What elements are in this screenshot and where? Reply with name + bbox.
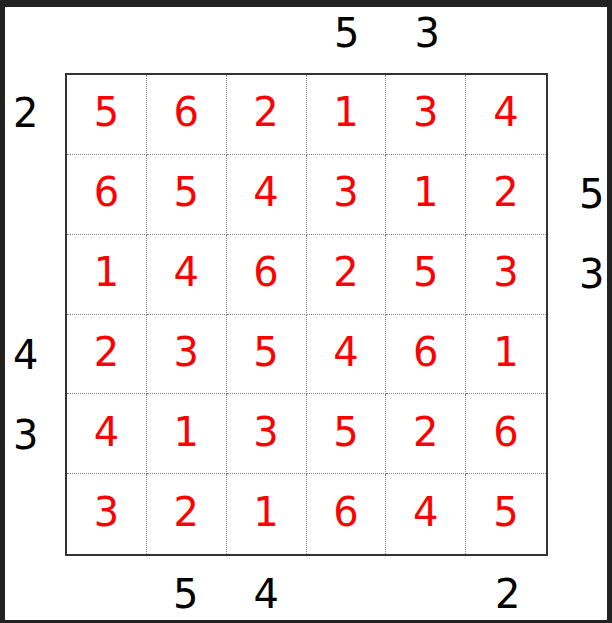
cell-r6c5[interactable]: 4	[386, 474, 466, 554]
skyscrapers-layout: 5621346543121462532354614135263216455354…	[5, 7, 607, 620]
cell-r3c4[interactable]: 2	[307, 235, 387, 315]
cell-r6c3[interactable]: 1	[227, 474, 307, 554]
clue-bottom-3: 4	[226, 556, 307, 620]
clue-top-1	[65, 7, 146, 73]
cell-r2c2[interactable]: 5	[147, 155, 227, 235]
clue-left-6	[5, 476, 65, 557]
cell-r3c1[interactable]: 1	[67, 235, 147, 315]
clue-top-4: 5	[307, 7, 388, 73]
cell-r4c3[interactable]: 5	[227, 315, 307, 395]
clue-right-5	[548, 395, 607, 476]
cell-r6c4[interactable]: 6	[307, 474, 387, 554]
cell-r6c6[interactable]: 5	[466, 474, 546, 554]
clue-left-4: 4	[5, 315, 65, 396]
cell-r3c5[interactable]: 5	[386, 235, 466, 315]
cell-r2c1[interactable]: 6	[67, 155, 147, 235]
cell-r1c3[interactable]: 2	[227, 75, 307, 155]
clue-right-3: 3	[548, 234, 607, 315]
cell-r2c6[interactable]: 2	[466, 155, 546, 235]
clue-left-5: 3	[5, 395, 65, 476]
puzzle-canvas: 5621346543121462532354614135263216455354…	[5, 7, 607, 620]
clue-right-2: 5	[548, 154, 607, 235]
clue-right-4	[548, 315, 607, 396]
clue-top-6	[468, 7, 549, 73]
cell-r4c5[interactable]: 6	[386, 315, 466, 395]
cell-r6c2[interactable]: 2	[147, 474, 227, 554]
cell-r1c4[interactable]: 1	[307, 75, 387, 155]
cell-r3c2[interactable]: 4	[147, 235, 227, 315]
cell-r4c4[interactable]: 4	[307, 315, 387, 395]
clue-right-1	[548, 73, 607, 154]
cell-r5c5[interactable]: 2	[386, 394, 466, 474]
cell-r5c2[interactable]: 1	[147, 394, 227, 474]
clue-top-2	[146, 7, 227, 73]
clue-bottom-5	[387, 556, 468, 620]
cell-r1c6[interactable]: 4	[466, 75, 546, 155]
cell-r1c1[interactable]: 5	[67, 75, 147, 155]
board: 562134654312146253235461413526321645	[65, 73, 548, 556]
cell-r2c5[interactable]: 1	[386, 155, 466, 235]
cell-r1c5[interactable]: 3	[386, 75, 466, 155]
cell-r5c3[interactable]: 3	[227, 394, 307, 474]
clue-bottom-6: 2	[468, 556, 549, 620]
clue-bottom-4	[307, 556, 388, 620]
cell-r2c4[interactable]: 3	[307, 155, 387, 235]
cell-r6c1[interactable]: 3	[67, 474, 147, 554]
clue-left-2	[5, 154, 65, 235]
cell-r3c6[interactable]: 3	[466, 235, 546, 315]
clue-top-5: 3	[387, 7, 468, 73]
cell-r5c4[interactable]: 5	[307, 394, 387, 474]
cell-r4c2[interactable]: 3	[147, 315, 227, 395]
clue-bottom-1	[65, 556, 146, 620]
cell-r1c2[interactable]: 6	[147, 75, 227, 155]
clue-top-3	[226, 7, 307, 73]
cell-r3c3[interactable]: 6	[227, 235, 307, 315]
cell-r5c6[interactable]: 6	[466, 394, 546, 474]
cell-r4c1[interactable]: 2	[67, 315, 147, 395]
clue-right-6	[548, 476, 607, 557]
cell-r4c6[interactable]: 1	[466, 315, 546, 395]
cell-r5c1[interactable]: 4	[67, 394, 147, 474]
clue-bottom-2: 5	[146, 556, 227, 620]
window-frame: 5621346543121462532354614135263216455354…	[0, 0, 612, 623]
clue-left-3	[5, 234, 65, 315]
clue-left-1: 2	[5, 73, 65, 154]
cell-r2c3[interactable]: 4	[227, 155, 307, 235]
